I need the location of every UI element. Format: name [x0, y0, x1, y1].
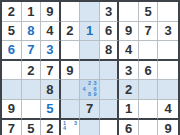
pencil-marks-r7c4: 134: [62, 121, 79, 135]
cell-r2c2[interactable]: 8: [22, 22, 42, 42]
cell-r2c1[interactable]: 5: [2, 22, 22, 42]
cell-r1c1[interactable]: 2: [2, 2, 22, 22]
given-digit-r7c2: 5: [27, 122, 34, 135]
given-digit-r7c7: 6: [125, 122, 132, 135]
cell-r7c7[interactable]: 6: [119, 120, 139, 135]
pencil-mark-slot: [73, 132, 79, 135]
given-digit-r4c8: 6: [145, 64, 152, 77]
user-digit-r6c3: 5: [46, 102, 53, 115]
sudoku-app-viewport: 2193558421697367384279368234689295714752…: [0, 0, 180, 135]
given-digit-r1c6: 3: [105, 5, 112, 18]
user-digit-r3c3: 3: [46, 43, 53, 56]
given-digit-r2c4: 2: [66, 24, 73, 37]
cell-r4c6[interactable]: [100, 61, 120, 81]
cell-r7c8[interactable]: [139, 120, 159, 135]
given-digit-r4c2: 2: [27, 64, 34, 77]
cell-r4c5[interactable]: [80, 61, 100, 81]
cell-r3c4[interactable]: [61, 41, 81, 61]
cell-r4c2[interactable]: 2: [22, 61, 42, 81]
cell-r5c3[interactable]: 8: [41, 80, 61, 100]
cell-r1c7[interactable]: [119, 2, 139, 22]
cell-r7c3[interactable]: 2: [41, 120, 61, 135]
cell-r7c6[interactable]: [100, 120, 120, 135]
cell-r5c1[interactable]: [2, 80, 22, 100]
cell-r7c1[interactable]: 7: [2, 120, 22, 135]
cell-r2c7[interactable]: 9: [119, 22, 139, 42]
given-digit-r5c3: 8: [46, 83, 53, 96]
cell-r7c9[interactable]: 9: [158, 120, 178, 135]
given-digit-r6c9: 4: [165, 102, 172, 115]
cell-r4c3[interactable]: 7: [41, 61, 61, 81]
cell-r5c4[interactable]: [61, 80, 81, 100]
pencil-marks-r5c5: 234689: [81, 81, 98, 98]
cell-r2c6[interactable]: 6: [100, 22, 120, 42]
cell-r3c8[interactable]: [139, 41, 159, 61]
user-digit-r3c2: 7: [27, 43, 34, 56]
cell-r3c3[interactable]: 3: [41, 41, 61, 61]
sudoku-board: 2193558421697367384279368234689295714752…: [0, 0, 180, 135]
given-digit-r6c1: 9: [8, 102, 15, 115]
given-digit-r7c3: 2: [46, 122, 53, 135]
cell-r1c8[interactable]: 5: [139, 2, 159, 22]
cell-r2c9[interactable]: 3: [158, 22, 178, 42]
given-digit-r1c1: 2: [8, 5, 15, 18]
cell-r3c9[interactable]: [158, 41, 178, 61]
cell-r6c1[interactable]: 9: [2, 100, 22, 120]
cell-r5c7[interactable]: 2: [119, 80, 139, 100]
cell-r2c3[interactable]: 4: [41, 22, 61, 42]
cell-r6c5[interactable]: 7: [80, 100, 100, 120]
given-digit-r2c7: 9: [125, 24, 132, 37]
given-digit-r7c9: 9: [165, 122, 172, 135]
cell-r4c7[interactable]: 3: [119, 61, 139, 81]
cell-r7c4[interactable]: 134: [61, 120, 81, 135]
user-digit-r3c1: 6: [8, 43, 15, 56]
cell-r6c6[interactable]: [100, 100, 120, 120]
given-digit-r1c2: 1: [27, 5, 34, 18]
cell-r6c9[interactable]: 4: [158, 100, 178, 120]
cell-r6c4[interactable]: [61, 100, 81, 120]
cell-r5c6[interactable]: [100, 80, 120, 100]
cell-r4c4[interactable]: 9: [61, 61, 81, 81]
given-digit-r3c6: 8: [105, 43, 112, 56]
cell-r5c9[interactable]: [158, 80, 178, 100]
cell-r3c7[interactable]: 4: [119, 41, 139, 61]
cell-r2c8[interactable]: 7: [139, 22, 159, 42]
cell-r2c4[interactable]: 2: [61, 22, 81, 42]
given-digit-r6c5: 7: [86, 102, 93, 115]
given-digit-r3c7: 4: [125, 43, 132, 56]
given-digit-r4c7: 3: [125, 64, 132, 77]
cell-r5c8[interactable]: [139, 80, 159, 100]
given-digit-r1c8: 5: [145, 5, 152, 18]
user-digit-r2c5: 1: [86, 24, 93, 37]
cell-r1c6[interactable]: 3: [100, 2, 120, 22]
given-digit-r7c1: 7: [8, 122, 15, 135]
cell-r1c3[interactable]: 9: [41, 2, 61, 22]
cell-r4c9[interactable]: [158, 61, 178, 81]
cell-r5c2[interactable]: [22, 80, 42, 100]
pencil-mark-slot: 9: [92, 92, 98, 98]
given-digit-r1c3: 9: [46, 5, 53, 18]
cell-r3c5[interactable]: [80, 41, 100, 61]
given-digit-r5c7: 2: [125, 83, 132, 96]
cell-r7c2[interactable]: 5: [22, 120, 42, 135]
given-digit-r2c6: 6: [105, 24, 112, 37]
cell-r4c8[interactable]: 6: [139, 61, 159, 81]
cell-r2c5[interactable]: 1: [80, 22, 100, 42]
cell-r1c5[interactable]: [80, 2, 100, 22]
cell-r6c8[interactable]: [139, 100, 159, 120]
user-digit-r2c2: 8: [27, 24, 34, 37]
cell-r6c2[interactable]: [22, 100, 42, 120]
cell-r3c1[interactable]: 6: [2, 41, 22, 61]
given-digit-r4c3: 7: [46, 64, 53, 77]
cell-r6c3[interactable]: 5: [41, 100, 61, 120]
given-digit-r2c9: 3: [165, 24, 172, 37]
given-digit-r2c8: 7: [145, 24, 152, 37]
cell-r1c2[interactable]: 1: [22, 2, 42, 22]
cell-r7c5[interactable]: [80, 120, 100, 135]
cell-r1c4[interactable]: [61, 2, 81, 22]
cell-r3c6[interactable]: 8: [100, 41, 120, 61]
cell-r4c1[interactable]: [2, 61, 22, 81]
given-digit-r2c3: 4: [46, 24, 53, 37]
cell-r1c9[interactable]: [158, 2, 178, 22]
given-digit-r2c1: 5: [8, 24, 15, 37]
given-digit-r6c7: 1: [125, 102, 132, 115]
cell-r3c2[interactable]: 7: [22, 41, 42, 61]
cell-r5c5[interactable]: 234689: [80, 80, 100, 100]
given-digit-r4c4: 9: [66, 64, 73, 77]
cell-r6c7[interactable]: 1: [119, 100, 139, 120]
